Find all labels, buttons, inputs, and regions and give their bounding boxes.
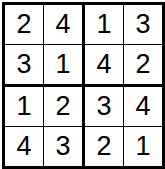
sudoku-board: 2413314212344321: [2, 2, 165, 169]
cell-r2c4[interactable]: 2: [124, 45, 162, 87]
cell-r4c3[interactable]: 2: [85, 127, 124, 166]
cell-r2c2[interactable]: 1: [44, 45, 85, 87]
cell-r3c4[interactable]: 4: [124, 87, 162, 127]
cell-r2c1[interactable]: 3: [5, 45, 44, 87]
cell-r3c2[interactable]: 2: [44, 87, 85, 127]
cell-r1c2[interactable]: 4: [44, 5, 85, 45]
cell-r3c3[interactable]: 3: [85, 87, 124, 127]
cell-r2c3[interactable]: 4: [85, 45, 124, 87]
cell-r1c1[interactable]: 2: [5, 5, 44, 45]
sudoku-page: 2413314212344321: [0, 0, 165, 169]
cell-r3c1[interactable]: 1: [5, 87, 44, 127]
cell-r4c2[interactable]: 3: [44, 127, 85, 166]
cell-r1c4[interactable]: 3: [124, 5, 162, 45]
cell-r1c3[interactable]: 1: [85, 5, 124, 45]
cell-r4c1[interactable]: 4: [5, 127, 44, 166]
cell-r4c4[interactable]: 1: [124, 127, 162, 166]
